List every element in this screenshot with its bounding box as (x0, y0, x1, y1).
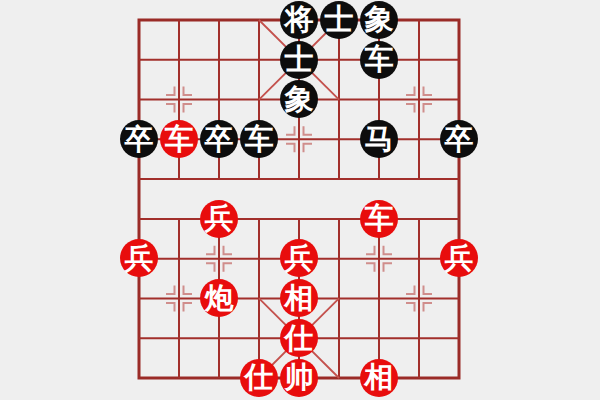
red-elephant-piece[interactable]: 相 (280, 279, 318, 317)
red-elephant-piece[interactable]: 相 (360, 359, 398, 397)
red-soldier-piece[interactable]: 兵 (440, 239, 478, 277)
black-advisor-piece[interactable]: 士 (320, 1, 358, 39)
black-soldier-piece[interactable]: 卒 (440, 120, 478, 158)
black-advisor-piece[interactable]: 士 (280, 41, 318, 79)
black-general-piece[interactable]: 将 (280, 1, 318, 39)
red-cannon-piece[interactable]: 炮 (200, 279, 238, 317)
red-advisor-piece[interactable]: 仕 (280, 319, 318, 357)
black-soldier-piece[interactable]: 卒 (200, 120, 238, 158)
black-elephant-piece[interactable]: 象 (280, 80, 318, 118)
red-soldier-piece[interactable]: 兵 (200, 200, 238, 238)
red-advisor-piece[interactable]: 仕 (240, 359, 278, 397)
xiangqi-app: 将士象士车象卒车卒车马卒兵车兵兵兵炮相仕仕帅相 (0, 0, 600, 400)
pieces-layer: 将士象士车象卒车卒车马卒兵车兵兵兵炮相仕仕帅相 (119, 0, 479, 398)
red-chariot-piece[interactable]: 车 (360, 200, 398, 238)
red-chariot-piece[interactable]: 车 (160, 120, 198, 158)
xiangqi-board[interactable]: 将士象士车象卒车卒车马卒兵车兵兵兵炮相仕仕帅相 (0, 0, 600, 400)
black-horse-piece[interactable]: 马 (360, 120, 398, 158)
black-elephant-piece[interactable]: 象 (360, 1, 398, 39)
red-soldier-piece[interactable]: 兵 (280, 239, 318, 277)
black-soldier-piece[interactable]: 卒 (120, 120, 158, 158)
red-general-piece[interactable]: 帅 (280, 359, 318, 397)
black-chariot-piece[interactable]: 车 (240, 120, 278, 158)
black-chariot-piece[interactable]: 车 (360, 41, 398, 79)
red-soldier-piece[interactable]: 兵 (120, 239, 158, 277)
